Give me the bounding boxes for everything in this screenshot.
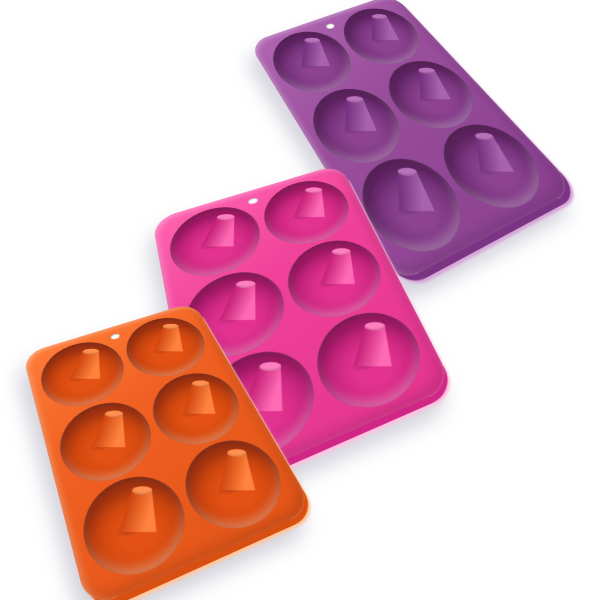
center-post-top — [304, 38, 321, 43]
center-post — [319, 248, 359, 284]
center-post — [364, 14, 400, 40]
hanging-hole — [247, 197, 258, 205]
hanging-hole — [110, 333, 120, 340]
center-post — [199, 214, 243, 247]
donut-cavity — [73, 463, 200, 592]
center-post — [117, 486, 162, 532]
center-post — [153, 324, 186, 352]
donut-cavity — [305, 300, 437, 425]
center-post — [338, 96, 378, 131]
donut-mold-orange — [42, 268, 262, 578]
hanging-hole — [325, 23, 336, 30]
center-post — [466, 133, 516, 172]
center-post — [68, 349, 107, 379]
center-post — [90, 411, 132, 448]
center-post-top — [192, 380, 210, 386]
center-post — [352, 322, 395, 366]
center-post-top — [227, 449, 247, 457]
photo-stage — [0, 0, 600, 600]
center-post-top — [346, 96, 365, 103]
center-post — [297, 38, 331, 67]
center-post — [218, 449, 257, 490]
center-post — [292, 187, 330, 217]
center-post — [182, 380, 217, 414]
center-post-top — [371, 14, 387, 19]
